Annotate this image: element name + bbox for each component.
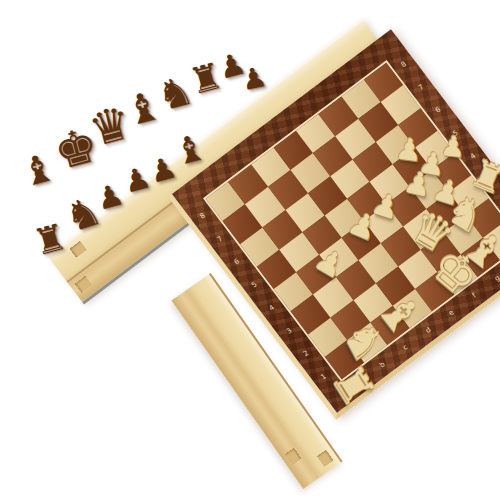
dovetail-joint	[75, 276, 92, 293]
light-pawn: ♟	[439, 132, 467, 162]
product-photo-scene: 87654321 87654321 abcdefgh ♝♚♛♝♞♜♟♟♜♞♟♟♟…	[0, 0, 500, 500]
dovetail-joint	[285, 448, 301, 465]
dark-rook: ♜	[30, 218, 70, 261]
dark-pawn: ♟	[239, 63, 269, 96]
dark-bishop: ♝	[17, 147, 60, 193]
dovetail-joint	[317, 450, 333, 467]
dovetail-joint	[70, 241, 87, 258]
